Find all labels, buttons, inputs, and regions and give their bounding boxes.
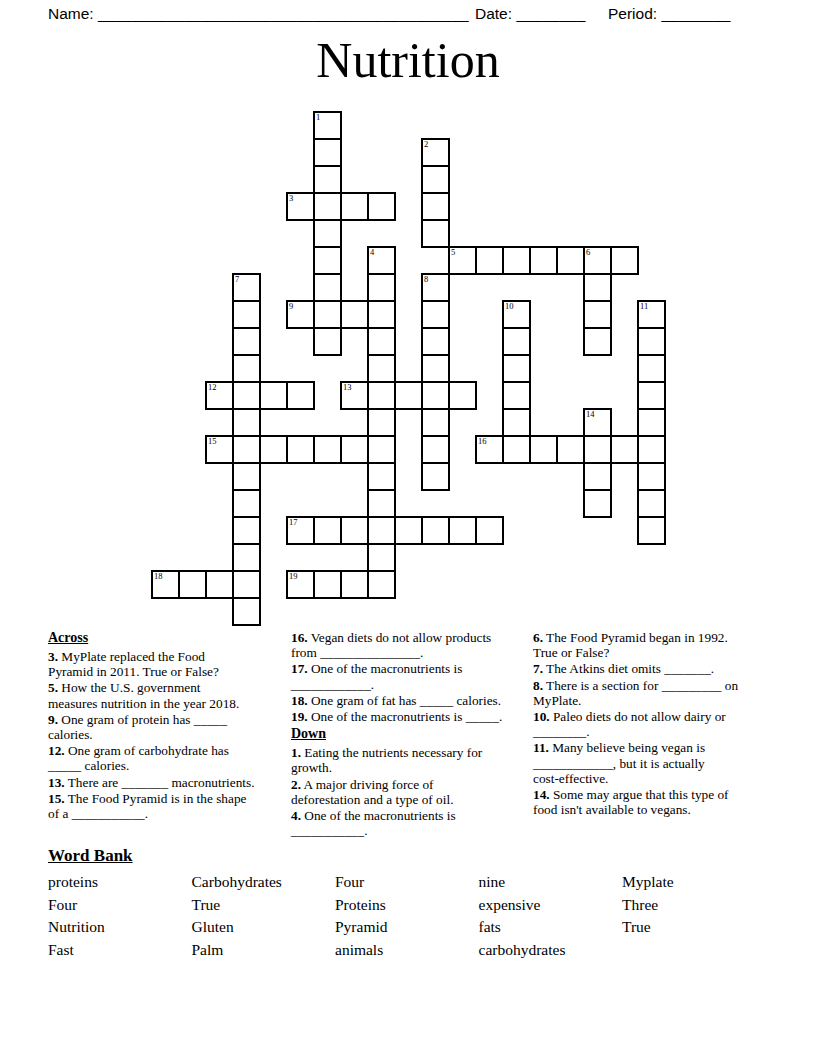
clue-number: 9. [48, 712, 58, 727]
grid-cell[interactable] [313, 219, 342, 248]
cell-number: 2 [424, 140, 428, 149]
grid-cell[interactable]: 3 [286, 192, 315, 221]
grid-cell[interactable]: 8 [421, 273, 450, 302]
clue-number: 14. [533, 787, 550, 802]
grid-cell[interactable] [583, 327, 612, 356]
grid-cell[interactable]: 9 [286, 300, 315, 329]
grid-cell[interactable]: 7 [232, 273, 261, 302]
clues-column-2: 16. Vegan diets do not allow products fr… [291, 630, 529, 839]
grid-cell[interactable] [421, 516, 450, 545]
grid-cell[interactable] [367, 381, 396, 410]
grid-cell[interactable] [502, 381, 531, 410]
cell-number: 7 [235, 275, 239, 284]
clue-number: 16. [291, 630, 308, 645]
grid-cell[interactable] [421, 381, 450, 410]
period-label: Period: [608, 5, 657, 22]
grid-cell[interactable] [340, 300, 369, 329]
grid-cell[interactable] [637, 408, 666, 437]
grid-cell[interactable] [367, 354, 396, 383]
grid-cell[interactable] [502, 435, 531, 464]
clue-number: 7. [533, 661, 543, 676]
grid-cell[interactable] [637, 435, 666, 464]
clue-across-18: 18. One gram of fat has _____ calories. [291, 693, 529, 708]
cell-number: 17 [289, 518, 298, 527]
grid-cell[interactable] [313, 165, 342, 194]
grid-cell[interactable] [502, 408, 531, 437]
grid-cell[interactable]: 6 [583, 246, 612, 275]
cell-number: 3 [289, 194, 293, 203]
word-bank-grid: proteinsFourNutritionFastCarbohydratesTr… [48, 871, 766, 962]
grid-cell[interactable]: 11 [637, 300, 666, 329]
grid-cell[interactable] [367, 300, 396, 329]
grid-cell[interactable] [232, 489, 261, 518]
grid-cell[interactable]: 14 [583, 408, 612, 437]
clue-number: 11. [533, 740, 549, 755]
clue-across-16: 16. Vegan diets do not allow products fr… [291, 630, 529, 660]
word-bank-word: proteins [48, 871, 192, 894]
clue-number: 2. [291, 777, 301, 792]
clue-number: 17. [291, 661, 308, 676]
cell-number: 15 [208, 437, 217, 446]
clue-number: 5. [48, 680, 58, 695]
grid-cell[interactable] [367, 435, 396, 464]
grid-cell[interactable] [259, 381, 288, 410]
grid-cell[interactable] [313, 246, 342, 275]
grid-cell[interactable] [367, 327, 396, 356]
grid-cell[interactable] [205, 570, 234, 599]
word-bank-word: expensive [479, 894, 623, 917]
grid-cell[interactable]: 4 [367, 246, 396, 275]
date-field: Date: ________ [475, 4, 585, 23]
crossword-grid: 12345678910111213141516171819 [151, 111, 666, 626]
grid-cell[interactable] [232, 354, 261, 383]
clue-number: 6. [533, 630, 543, 645]
word-bank-word: True [192, 894, 336, 917]
grid-cell[interactable] [583, 489, 612, 518]
grid-cell[interactable] [286, 381, 315, 410]
word-bank-word: Gluten [192, 916, 336, 939]
grid-cell[interactable] [367, 462, 396, 491]
cell-number: 1 [316, 113, 320, 122]
grid-cell[interactable] [367, 543, 396, 572]
grid-cell[interactable] [529, 435, 558, 464]
word-bank-column-2: CarbohydratesTrueGlutenPalm [192, 871, 336, 962]
grid-cell[interactable] [475, 516, 504, 545]
cell-number: 14 [586, 410, 595, 419]
grid-cell[interactable] [637, 381, 666, 410]
cell-number: 19 [289, 572, 298, 581]
cell-number: 6 [586, 248, 590, 257]
grid-cell[interactable] [394, 381, 423, 410]
grid-cell[interactable] [502, 327, 531, 356]
cell-number: 13 [343, 383, 352, 392]
clue-down-8: 8. There is a section for _________ on M… [533, 678, 771, 708]
word-bank-word: fats [479, 916, 623, 939]
grid-cell[interactable] [232, 408, 261, 437]
clue-down-10: 10. Paleo diets do not allow dairy or __… [533, 709, 771, 739]
clue-across-13: 13. There are _______ macronutrients. [48, 775, 286, 790]
word-bank-column-5: MyplateThreeTrue [622, 871, 766, 962]
grid-cell[interactable] [394, 516, 423, 545]
clue-down-4: 4. One of the macronutrients is ________… [291, 808, 529, 838]
grid-cell[interactable] [610, 246, 639, 275]
date-input-line[interactable]: ________ [516, 5, 585, 22]
grid-cell[interactable] [313, 273, 342, 302]
word-bank-word: carbohydrates [479, 939, 623, 962]
grid-cell[interactable] [340, 516, 369, 545]
clue-number: 15. [48, 791, 65, 806]
clue-across-3: 3. MyPlate replaced the Food Pyramid in … [48, 649, 286, 679]
clue-number: 8. [533, 678, 543, 693]
grid-cell[interactable] [313, 516, 342, 545]
grid-cell[interactable] [421, 192, 450, 221]
grid-cell[interactable] [313, 435, 342, 464]
clue-number: 1. [291, 745, 301, 760]
grid-cell[interactable]: 17 [286, 516, 315, 545]
cell-number: 16 [478, 437, 487, 446]
date-label: Date: [475, 5, 512, 22]
clue-number: 3. [48, 649, 58, 664]
cell-number: 4 [370, 248, 374, 257]
grid-cell[interactable] [367, 489, 396, 518]
word-bank-word: nine [479, 871, 623, 894]
grid-cell[interactable] [232, 516, 261, 545]
grid-cell[interactable] [556, 246, 585, 275]
grid-cell[interactable] [421, 462, 450, 491]
grid-cell[interactable] [232, 543, 261, 572]
grid-cell[interactable] [367, 570, 396, 599]
grid-cell[interactable] [340, 435, 369, 464]
clue-down-14: 14. Some may argue that this type of foo… [533, 787, 771, 817]
grid-cell[interactable] [232, 381, 261, 410]
grid-cell[interactable] [232, 597, 261, 626]
grid-cell[interactable]: 10 [502, 300, 531, 329]
grid-cell[interactable] [232, 327, 261, 356]
grid-cell[interactable]: 16 [475, 435, 504, 464]
grid-cell[interactable] [313, 327, 342, 356]
grid-cell[interactable] [583, 273, 612, 302]
clue-across-9: 9. One gram of protein has _____ calorie… [48, 712, 286, 742]
grid-cell[interactable] [421, 435, 450, 464]
word-bank: Word Bank proteinsFourNutritionFastCarbo… [48, 846, 766, 962]
grid-cell[interactable] [259, 435, 288, 464]
grid-cell[interactable] [529, 246, 558, 275]
clue-across-19: 19. One of the macronutrients is _____. [291, 709, 529, 724]
word-bank-word: Myplate [622, 871, 766, 894]
clues-column-1: Across3. MyPlate replaced the Food Pyram… [48, 630, 286, 822]
grid-cell[interactable] [583, 462, 612, 491]
grid-cell[interactable]: 15 [205, 435, 234, 464]
word-bank-word: Carbohydrates [192, 871, 336, 894]
grid-cell[interactable] [421, 165, 450, 194]
cell-number: 8 [424, 275, 428, 284]
period-input-line[interactable]: ________ [661, 5, 730, 22]
grid-cell[interactable] [232, 570, 261, 599]
cell-number: 5 [451, 248, 455, 257]
cell-number: 18 [154, 572, 163, 581]
grid-cell[interactable]: 1 [313, 111, 342, 140]
clue-number: 10. [533, 709, 550, 724]
clue-down-1: 1. Eating the nutrients necessary for gr… [291, 745, 529, 775]
grid-cell[interactable] [475, 246, 504, 275]
grid-cell[interactable]: 5 [448, 246, 477, 275]
grid-cell[interactable] [313, 300, 342, 329]
clues-column-3: 6. The Food Pyramid began in 1992. True … [533, 630, 771, 818]
period-field: Period: ________ [608, 4, 730, 23]
grid-cell[interactable] [637, 516, 666, 545]
word-bank-word: Proteins [335, 894, 479, 917]
grid-cell[interactable] [286, 435, 315, 464]
grid-cell[interactable] [610, 435, 639, 464]
cell-number: 10 [505, 302, 514, 311]
grid-cell[interactable] [448, 516, 477, 545]
clue-number: 19. [291, 709, 308, 724]
grid-cell[interactable] [502, 354, 531, 383]
word-bank-column-1: proteinsFourNutritionFast [48, 871, 192, 962]
grid-cell[interactable] [340, 192, 369, 221]
clue-across-17: 17. One of the macronutrients is _______… [291, 661, 529, 691]
down-heading: Down [291, 726, 529, 742]
word-bank-word: Pyramid [335, 916, 479, 939]
word-bank-word: Four [335, 871, 479, 894]
grid-cell[interactable] [583, 300, 612, 329]
clue-number: 12. [48, 743, 65, 758]
grid-cell[interactable]: 18 [151, 570, 180, 599]
grid-cell[interactable] [232, 435, 261, 464]
grid-cell[interactable]: 2 [421, 138, 450, 167]
header-row: Name: __________________________________… [0, 4, 816, 26]
grid-cell[interactable] [583, 435, 612, 464]
grid-cell[interactable] [421, 327, 450, 356]
grid-cell[interactable] [637, 462, 666, 491]
clue-down-11: 11. Many believe being vegan is ________… [533, 740, 771, 786]
word-bank-word: animals [335, 939, 479, 962]
grid-cell[interactable] [448, 381, 477, 410]
word-bank-word: Fast [48, 939, 192, 962]
cell-number: 12 [208, 383, 217, 392]
grid-cell[interactable] [232, 462, 261, 491]
grid-cell[interactable] [637, 354, 666, 383]
name-field: Name: __________________________________… [48, 4, 469, 23]
word-bank-column-4: nineexpensivefatscarbohydrates [479, 871, 623, 962]
clue-across-15: 15. The Food Pyramid is in the shape of … [48, 791, 286, 821]
grid-cell[interactable]: 19 [286, 570, 315, 599]
grid-cell[interactable] [313, 192, 342, 221]
grid-cell[interactable] [421, 408, 450, 437]
grid-cell[interactable] [232, 300, 261, 329]
grid-cell[interactable] [421, 354, 450, 383]
clue-number: 18. [291, 693, 308, 708]
name-input-line[interactable]: ________________________________________… [98, 5, 469, 22]
word-bank-word: True [622, 916, 766, 939]
grid-cell[interactable] [421, 219, 450, 248]
across-heading: Across [48, 630, 286, 646]
grid-cell[interactable] [367, 192, 396, 221]
clue-across-5: 5. How the U.S. government measures nutr… [48, 680, 286, 710]
word-bank-title: Word Bank [48, 846, 766, 866]
grid-cell[interactable] [178, 570, 207, 599]
word-bank-word: Nutrition [48, 916, 192, 939]
clue-number: 13. [48, 775, 65, 790]
grid-cell[interactable] [313, 138, 342, 167]
grid-cell[interactable]: 13 [340, 381, 369, 410]
cell-number: 11 [640, 302, 648, 311]
grid-cell[interactable] [637, 327, 666, 356]
worksheet-page: Name: __________________________________… [0, 0, 816, 1056]
grid-cell[interactable] [637, 489, 666, 518]
grid-cell[interactable] [313, 570, 342, 599]
clue-down-2: 2. A major driving force of deforestatio… [291, 777, 529, 807]
clue-number: 4. [291, 808, 301, 823]
puzzle-title: Nutrition [0, 35, 816, 85]
grid-cell[interactable] [367, 516, 396, 545]
grid-cell[interactable] [367, 273, 396, 302]
cell-number: 9 [289, 302, 293, 311]
word-bank-column-3: FourProteinsPyramidanimals [335, 871, 479, 962]
grid-cell[interactable] [340, 570, 369, 599]
name-label: Name: [48, 5, 94, 22]
word-bank-word: Three [622, 894, 766, 917]
grid-cell[interactable] [502, 246, 531, 275]
clue-down-6: 6. The Food Pyramid began in 1992. True … [533, 630, 771, 660]
grid-cell[interactable] [421, 300, 450, 329]
grid-cell[interactable] [556, 435, 585, 464]
clue-down-7: 7. The Atkins diet omits _______. [533, 661, 771, 676]
clue-across-12: 12. One gram of carbohydrate has _____ c… [48, 743, 286, 773]
word-bank-word: Four [48, 894, 192, 917]
word-bank-word: Palm [192, 939, 336, 962]
grid-cell[interactable] [367, 408, 396, 437]
grid-cell[interactable]: 12 [205, 381, 234, 410]
